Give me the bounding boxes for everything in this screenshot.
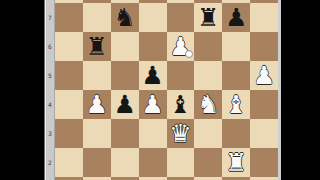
piece-white-rook-g2[interactable]: ♜	[225, 148, 247, 177]
square-c4[interactable]: ♟	[111, 90, 139, 119]
square-g7[interactable]: ♟	[222, 3, 250, 32]
square-e5[interactable]	[167, 61, 195, 90]
square-c2[interactable]	[111, 148, 139, 177]
square-a3[interactable]	[55, 119, 83, 148]
square-c6[interactable]	[111, 32, 139, 61]
piece-white-bishop-g4[interactable]: ♝	[225, 90, 247, 119]
square-c1[interactable]	[111, 177, 139, 180]
square-d2[interactable]	[139, 148, 167, 177]
piece-white-knight-f4[interactable]: ♞	[197, 90, 219, 119]
piece-black-pawn-d5[interactable]: ♟	[141, 61, 163, 90]
rank-label-3: 3	[45, 119, 55, 148]
square-f1[interactable]: ♜	[194, 177, 222, 180]
rank-label-7: 7	[45, 3, 55, 32]
square-b3[interactable]	[83, 119, 111, 148]
square-h3[interactable]	[250, 119, 278, 148]
rank-label-4: 4	[45, 90, 55, 119]
square-b2[interactable]	[83, 148, 111, 177]
square-d4[interactable]: ♟	[139, 90, 167, 119]
square-b7[interactable]	[83, 3, 111, 32]
rank-labels: 87654321	[45, 0, 55, 180]
square-g2[interactable]: ♜	[222, 148, 250, 177]
square-f6[interactable]	[194, 32, 222, 61]
square-e7[interactable]	[167, 3, 195, 32]
piece-black-bishop-e4[interactable]: ♝	[169, 90, 191, 119]
square-c7[interactable]: ♞	[111, 3, 139, 32]
annotation-dot	[185, 50, 193, 58]
chess-app-window: 87654321 ♛♚♞♜♟♜♟♟♟♟♟♟♝♞♝♛♜♜♚	[0, 0, 320, 180]
square-f2[interactable]	[194, 148, 222, 177]
rank-label-6: 6	[45, 32, 55, 61]
rank-label-5: 5	[45, 61, 55, 90]
square-a5[interactable]	[55, 61, 83, 90]
piece-white-king-g1[interactable]: ♚	[225, 177, 247, 180]
piece-white-pawn-d4[interactable]: ♟	[141, 90, 163, 119]
square-g3[interactable]	[222, 119, 250, 148]
piece-white-queen-e3[interactable]: ♛	[169, 119, 191, 148]
piece-black-pawn-c4[interactable]: ♟	[113, 90, 135, 119]
rank-coordinate-strip: 87654321	[44, 0, 55, 180]
square-d5[interactable]: ♟	[139, 61, 167, 90]
square-d1[interactable]	[139, 177, 167, 180]
square-e2[interactable]	[167, 148, 195, 177]
piece-black-pawn-g7[interactable]: ♟	[225, 3, 247, 32]
chess-board: ♛♚♞♜♟♜♟♟♟♟♟♟♝♞♝♛♜♜♚	[55, 0, 278, 180]
square-b4[interactable]: ♟	[83, 90, 111, 119]
square-g5[interactable]	[222, 61, 250, 90]
square-g1[interactable]: ♚	[222, 177, 250, 180]
square-e3[interactable]: ♛	[167, 119, 195, 148]
square-a6[interactable]	[55, 32, 83, 61]
square-g6[interactable]	[222, 32, 250, 61]
square-f4[interactable]: ♞	[194, 90, 222, 119]
square-h1[interactable]	[250, 177, 278, 180]
rank-label-2: 2	[45, 148, 55, 177]
piece-white-rook-f1[interactable]: ♜	[197, 177, 219, 180]
square-a2[interactable]	[55, 148, 83, 177]
piece-black-rook-b6[interactable]: ♜	[86, 32, 108, 61]
square-b5[interactable]	[83, 61, 111, 90]
square-h4[interactable]	[250, 90, 278, 119]
board-right-border	[278, 0, 281, 180]
piece-black-knight-c7[interactable]: ♞	[113, 3, 135, 32]
square-e4[interactable]: ♝	[167, 90, 195, 119]
square-a7[interactable]	[55, 3, 83, 32]
piece-white-pawn-h5[interactable]: ♟	[253, 61, 275, 90]
square-d7[interactable]	[139, 3, 167, 32]
square-g4[interactable]: ♝	[222, 90, 250, 119]
square-b1[interactable]	[83, 177, 111, 180]
square-d6[interactable]	[139, 32, 167, 61]
square-f7[interactable]: ♜	[194, 3, 222, 32]
piece-black-rook-f7[interactable]: ♜	[197, 3, 219, 32]
square-a4[interactable]	[55, 90, 83, 119]
square-h2[interactable]	[250, 148, 278, 177]
square-h5[interactable]: ♟	[250, 61, 278, 90]
square-c5[interactable]	[111, 61, 139, 90]
rank-label-1: 1	[45, 177, 55, 180]
square-f3[interactable]	[194, 119, 222, 148]
square-b6[interactable]: ♜	[83, 32, 111, 61]
square-e1[interactable]	[167, 177, 195, 180]
piece-white-pawn-b4[interactable]: ♟	[86, 90, 108, 119]
square-a1[interactable]	[55, 177, 83, 180]
square-h6[interactable]	[250, 32, 278, 61]
square-c3[interactable]	[111, 119, 139, 148]
square-h7[interactable]	[250, 3, 278, 32]
square-f5[interactable]	[194, 61, 222, 90]
chess-board-window: ♛♚♞♜♟♜♟♟♟♟♟♟♝♞♝♛♜♜♚	[55, 0, 278, 180]
square-d3[interactable]	[139, 119, 167, 148]
